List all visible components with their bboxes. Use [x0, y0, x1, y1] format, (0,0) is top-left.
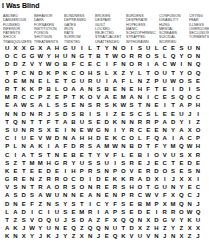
grid-cell: G	[20, 52, 28, 60]
grid-cell: S	[119, 183, 127, 191]
grid-cell: J	[144, 159, 152, 167]
grid-cell: A	[94, 142, 102, 150]
grid-cell: E	[53, 167, 61, 175]
grid-cell: X	[186, 175, 194, 183]
grid-cell: Z	[111, 110, 119, 118]
grid-cell: X	[36, 44, 44, 52]
grid-cell: C	[186, 191, 194, 199]
grid-cell: B	[69, 150, 77, 158]
grid-cell: K	[11, 224, 19, 232]
grid-cell: Y	[169, 126, 177, 134]
grid-cell: D	[78, 216, 86, 224]
grid-cell: U	[169, 150, 177, 158]
grid-cell: U	[3, 44, 11, 52]
grid-cell: D	[61, 110, 69, 118]
grid-cell: Y	[169, 224, 177, 232]
grid-cell: Z	[11, 216, 19, 224]
grid-cell: D	[94, 134, 102, 142]
grid-cell: Z	[20, 60, 28, 68]
grid-cell: O	[119, 52, 127, 60]
grid-cell: T	[69, 93, 77, 101]
grid-cell: T	[44, 150, 52, 158]
grid-cell: N	[11, 200, 19, 208]
grid-cell: O	[119, 167, 127, 175]
grid-cell: Y	[103, 44, 111, 52]
grid-cell: P	[119, 191, 127, 199]
grid-cell: I	[194, 175, 202, 183]
grid-cell: D	[144, 175, 152, 183]
grid-cell: U	[78, 77, 86, 85]
grid-cell: W	[86, 126, 94, 134]
grid-cell: T	[103, 52, 111, 60]
grid-cell: B	[78, 110, 86, 118]
grid-cell: X	[111, 69, 119, 77]
letter-grid: UXXGXAHGUILTYNOISULCESUNOCGGWYHUNGTBTWOR…	[3, 44, 202, 241]
grid-cell: P	[78, 167, 86, 175]
grid-cell: G	[28, 44, 36, 52]
grid-cell: D	[136, 142, 144, 150]
grid-cell: X	[194, 224, 202, 232]
grid-cell: O	[144, 52, 152, 60]
grid-cell: H	[194, 142, 202, 150]
grid-cell: J	[186, 110, 194, 118]
grid-cell: E	[177, 167, 185, 175]
grid-cell: Y	[119, 126, 127, 134]
grid-cell: N	[44, 200, 52, 208]
grid-cell: R	[94, 183, 102, 191]
grid-cell: R	[111, 183, 119, 191]
grid-cell: J	[44, 110, 52, 118]
grid-cell: W	[20, 101, 28, 109]
grid-cell: R	[11, 93, 19, 101]
grid-cell: I	[127, 44, 135, 52]
grid-cell: S	[20, 216, 28, 224]
grid-cell: Y	[36, 60, 44, 68]
grid-cell: J	[20, 224, 28, 232]
grid-cell: W	[186, 142, 194, 150]
grid-cell: T	[169, 101, 177, 109]
grid-cell: E	[161, 110, 169, 118]
grid-cell: Y	[69, 159, 77, 167]
grid-cell: E	[119, 110, 127, 118]
grid-cell: R	[44, 175, 52, 183]
grid-cell: I	[111, 126, 119, 134]
grid-cell: S	[69, 216, 77, 224]
grid-cell: I	[11, 134, 19, 142]
grid-cell: E	[53, 77, 61, 85]
grid-cell: Q	[94, 224, 102, 232]
grid-cell: E	[3, 101, 11, 109]
grid-cell: C	[20, 69, 28, 77]
grid-cell: K	[44, 69, 52, 77]
grid-cell: N	[78, 101, 86, 109]
grid-cell: U	[53, 216, 61, 224]
grid-cell: W	[44, 134, 52, 142]
grid-cell: Y	[44, 52, 52, 60]
grid-cell: B	[69, 118, 77, 126]
grid-cell: X	[44, 126, 52, 134]
grid-cell: I	[103, 110, 111, 118]
grid-cell: X	[161, 200, 169, 208]
grid-cell: E	[61, 150, 69, 158]
grid-cell: H	[194, 101, 202, 109]
grid-cell: I	[86, 175, 94, 183]
grid-cell: Z	[161, 224, 169, 232]
grid-cell: N	[194, 44, 202, 52]
grid-cell: E	[86, 60, 94, 68]
grid-cell: A	[69, 85, 77, 93]
grid-cell: D	[78, 175, 86, 183]
grid-cell: D	[20, 110, 28, 118]
grid-cell: N	[11, 110, 19, 118]
grid-cell: M	[20, 77, 28, 85]
grid-cell: I	[144, 150, 152, 158]
grid-cell: A	[177, 126, 185, 134]
grid-cell: S	[119, 208, 127, 216]
grid-cell: Z	[186, 232, 194, 240]
grid-cell: W	[111, 142, 119, 150]
grid-cell: Z	[94, 216, 102, 224]
grid-cell: Q	[152, 134, 160, 142]
grid-cell: W	[111, 52, 119, 60]
grid-cell: N	[136, 216, 144, 224]
grid-cell: N	[53, 224, 61, 232]
grid-cell: U	[78, 118, 86, 126]
grid-cell: O	[78, 183, 86, 191]
grid-cell: F	[111, 200, 119, 208]
grid-cell: S	[53, 200, 61, 208]
grid-cell: E	[194, 159, 202, 167]
grid-cell: S	[11, 191, 19, 199]
grid-cell: T	[136, 101, 144, 109]
grid-cell: F	[144, 85, 152, 93]
grid-cell: A	[111, 77, 119, 85]
grid-cell: D	[20, 191, 28, 199]
grid-cell: U	[53, 191, 61, 199]
grid-cell: I	[144, 60, 152, 68]
grid-cell: I	[111, 159, 119, 167]
grid-cell: C	[152, 93, 160, 101]
grid-cell: F	[69, 60, 77, 68]
grid-cell: M	[28, 159, 36, 167]
grid-cell: E	[127, 85, 135, 93]
grid-cell: B	[136, 200, 144, 208]
grid-cell: H	[136, 85, 144, 93]
grid-cell: I	[103, 77, 111, 85]
grid-cell: F	[44, 118, 52, 126]
grid-cell: Z	[44, 93, 52, 101]
grid-cell: P	[36, 93, 44, 101]
grid-cell: N	[169, 183, 177, 191]
grid-cell: Q	[177, 191, 185, 199]
grid-cell: T	[144, 183, 152, 191]
grid-cell: K	[36, 142, 44, 150]
grid-cell: S	[36, 126, 44, 134]
grid-cell: W	[186, 208, 194, 216]
grid-cell: X	[136, 224, 144, 232]
grid-cell: X	[186, 150, 194, 158]
grid-cell: T	[53, 118, 61, 126]
grid-cell: E	[103, 183, 111, 191]
grid-cell: C	[78, 60, 86, 68]
grid-cell: N	[20, 142, 28, 150]
grid-cell: O	[53, 60, 61, 68]
grid-cell: N	[69, 52, 77, 60]
grid-cell: G	[28, 52, 36, 60]
grid-cell: T	[28, 183, 36, 191]
grid-cell: H	[86, 69, 94, 77]
grid-cell: S	[69, 200, 77, 208]
grid-cell: W	[36, 52, 44, 60]
grid-cell: X	[20, 232, 28, 240]
grid-cell: V	[169, 216, 177, 224]
grid-cell: E	[169, 44, 177, 52]
grid-cell: T	[3, 69, 11, 77]
grid-cell: E	[194, 77, 202, 85]
grid-cell: D	[20, 208, 28, 216]
grid-cell: E	[53, 126, 61, 134]
word-list: ABUSEDBEHAVIORBLINDNESSBROKENBURDENSCONF…	[3, 14, 207, 44]
grid-cell: S	[94, 110, 102, 118]
grid-cell: T	[20, 167, 28, 175]
grid-cell: S	[86, 101, 94, 109]
grid-cell: N	[61, 134, 69, 142]
grid-cell: U	[144, 44, 152, 52]
grid-cell: S	[61, 101, 69, 109]
grid-cell: T	[78, 200, 86, 208]
grid-cell: A	[136, 175, 144, 183]
grid-cell: N	[53, 150, 61, 158]
grid-cell: F	[119, 77, 127, 85]
grid-cell: E	[69, 101, 77, 109]
grid-cell: E	[78, 150, 86, 158]
grid-cell: T	[28, 118, 36, 126]
grid-cell: Q	[69, 224, 77, 232]
grid-cell: T	[119, 224, 127, 232]
grid-cell: A	[177, 101, 185, 109]
grid-cell: O	[177, 77, 185, 85]
grid-cell: R	[11, 175, 19, 183]
grid-cell: Y	[177, 69, 185, 77]
grid-cell: L	[11, 142, 19, 150]
grid-cell: K	[119, 232, 127, 240]
grid-cell: I	[161, 175, 169, 183]
grid-cell: N	[194, 52, 202, 60]
grid-cell: C	[186, 134, 194, 142]
grid-cell: A	[36, 191, 44, 199]
grid-cell: N	[119, 85, 127, 93]
grid-cell: M	[169, 200, 177, 208]
grid-cell: E	[169, 110, 177, 118]
grid-cell: J	[194, 232, 202, 240]
grid-cell: H	[53, 44, 61, 52]
grid-cell: E	[144, 126, 152, 134]
grid-cell: F	[144, 134, 152, 142]
grid-cell: Z	[144, 77, 152, 85]
grid-cell: C	[11, 52, 19, 60]
grid-cell: I	[11, 150, 19, 158]
grid-cell: R	[194, 150, 202, 158]
grid-cell: D	[53, 134, 61, 142]
grid-cell: R	[169, 208, 177, 216]
grid-cell: N	[127, 118, 135, 126]
grid-cell: B	[127, 142, 135, 150]
grid-cell: Q	[111, 232, 119, 240]
grid-cell: H	[152, 224, 160, 232]
grid-cell: I	[152, 208, 160, 216]
grid-cell: H	[86, 134, 94, 142]
grid-cell: N	[61, 191, 69, 199]
grid-cell: R	[127, 159, 135, 167]
grid-cell: R	[127, 126, 135, 134]
grid-cell: N	[152, 232, 160, 240]
grid-cell: S	[194, 85, 202, 93]
grid-cell: S	[86, 159, 94, 167]
grid-cell: R	[53, 175, 61, 183]
grid-cell: X	[152, 175, 160, 183]
grid-cell: I	[61, 167, 69, 175]
grid-cell: S	[94, 159, 102, 167]
grid-cell: O	[119, 44, 127, 52]
grid-cell: Q	[177, 142, 185, 150]
grid-cell: Y	[177, 118, 185, 126]
grid-cell: U	[111, 224, 119, 232]
grid-cell: F	[161, 191, 169, 199]
grid-cell: M	[169, 142, 177, 150]
grid-cell: Q	[177, 200, 185, 208]
grid-cell: S	[28, 101, 36, 109]
grid-cell: C	[161, 44, 169, 52]
grid-cell: Q	[169, 52, 177, 60]
grid-cell: O	[136, 183, 144, 191]
grid-cell: E	[136, 167, 144, 175]
grid-cell: E	[53, 93, 61, 101]
grid-cell: C	[161, 60, 169, 68]
grid-cell: A	[86, 216, 94, 224]
grid-cell: R	[36, 183, 44, 191]
grid-cell: D	[186, 159, 194, 167]
grid-cell: J	[94, 232, 102, 240]
grid-cell: U	[194, 216, 202, 224]
grid-cell: E	[28, 167, 36, 175]
grid-cell: C	[3, 134, 11, 142]
grid-cell: T	[86, 52, 94, 60]
grid-cell: I	[61, 126, 69, 134]
grid-cell: B	[61, 60, 69, 68]
grid-cell: B	[94, 52, 102, 60]
grid-cell: G	[69, 77, 77, 85]
grid-cell: V	[94, 93, 102, 101]
grid-cell: U	[69, 44, 77, 52]
grid-cell: R	[136, 60, 144, 68]
grid-cell: N	[86, 232, 94, 240]
grid-cell: X	[111, 216, 119, 224]
grid-cell: E	[36, 167, 44, 175]
grid-cell: M	[103, 142, 111, 150]
grid-cell: K	[111, 134, 119, 142]
grid-cell: G	[53, 159, 61, 167]
grid-cell: E	[20, 175, 28, 183]
grid-cell: N	[111, 191, 119, 199]
grid-cell: V	[28, 60, 36, 68]
grid-cell: A	[161, 134, 169, 142]
grid-cell: L	[44, 101, 52, 109]
grid-cell: Z	[11, 159, 19, 167]
grid-cell: E	[127, 200, 135, 208]
grid-cell: T	[11, 85, 19, 93]
grid-cell: T	[36, 118, 44, 126]
grid-cell: S	[119, 200, 127, 208]
grid-cell: I	[194, 110, 202, 118]
grid-cell: A	[11, 101, 19, 109]
grid-cell: Z	[78, 224, 86, 232]
grid-cell: T	[144, 142, 152, 150]
grid-cell: L	[86, 44, 94, 52]
grid-cell: Z	[36, 175, 44, 183]
grid-cell: U	[177, 110, 185, 118]
grid-cell: G	[78, 52, 86, 60]
grid-cell: K	[3, 167, 11, 175]
grid-cell: A	[3, 191, 11, 199]
grid-cell: Q	[194, 69, 202, 77]
grid-cell: D	[69, 142, 77, 150]
grid-cell: T	[169, 159, 177, 167]
grid-cell: I	[169, 85, 177, 93]
grid-cell: R	[61, 159, 69, 167]
grid-cell: A	[28, 142, 36, 150]
grid-cell: V	[127, 167, 135, 175]
grid-cell: W	[28, 224, 36, 232]
grid-cell: I	[44, 142, 52, 150]
grid-cell: L	[161, 52, 169, 60]
grid-cell: P	[11, 69, 19, 77]
grid-cell: S	[186, 77, 194, 85]
grid-cell: J	[194, 200, 202, 208]
grid-cell: V	[3, 183, 11, 191]
grid-cell: N	[28, 175, 36, 183]
grid-cell: A	[20, 150, 28, 158]
grid-cell: W	[169, 60, 177, 68]
grid-cell: R	[36, 110, 44, 118]
grid-cell: R	[144, 167, 152, 175]
grid-cell: C	[136, 126, 144, 134]
grid-cell: E	[177, 159, 185, 167]
grid-cell: R	[127, 191, 135, 199]
grid-cell: W	[44, 191, 52, 199]
grid-cell: Q	[11, 118, 19, 126]
grid-cell: D	[127, 224, 135, 232]
grid-cell: K	[111, 118, 119, 126]
grid-cell: S	[3, 159, 11, 167]
grid-cell: T	[3, 216, 11, 224]
grid-cell: P	[194, 134, 202, 142]
grid-cell: S	[36, 150, 44, 158]
grid-cell: R	[144, 118, 152, 126]
grid-cell: N	[136, 77, 144, 85]
grid-cell: W	[144, 191, 152, 199]
grid-cell: S	[86, 118, 94, 126]
grid-cell: Y	[61, 232, 69, 240]
grid-cell: I	[86, 200, 94, 208]
grid-cell: E	[28, 134, 36, 142]
grid-cell: K	[78, 93, 86, 101]
grid-cell: E	[152, 126, 160, 134]
grid-cell: U	[161, 183, 169, 191]
grid-cell: F	[111, 150, 119, 158]
grid-cell: S	[103, 101, 111, 109]
grid-cell: I	[103, 60, 111, 68]
grid-cell: Z	[36, 200, 44, 208]
